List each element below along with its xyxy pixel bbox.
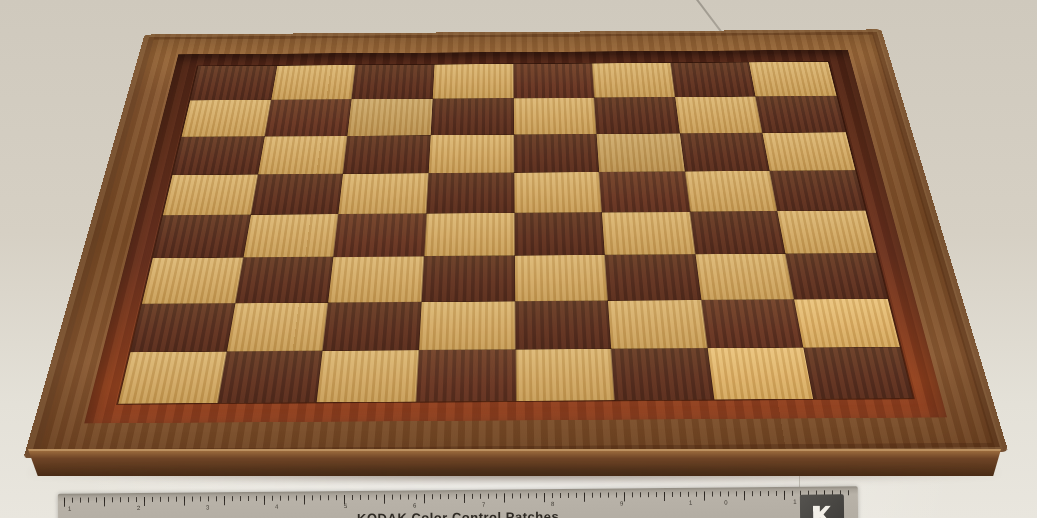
square-r6-c6 — [605, 255, 701, 301]
square-r1-c2 — [271, 65, 356, 100]
square-r1-c3 — [352, 65, 435, 100]
square-r1-c7 — [671, 62, 756, 97]
square-r5-c5 — [514, 212, 605, 255]
square-r1-c4 — [433, 64, 514, 99]
board-frame — [23, 29, 1008, 458]
square-r4-c8 — [770, 170, 866, 211]
square-r2-c6 — [594, 97, 679, 134]
square-r6-c3 — [328, 256, 424, 302]
square-r5-c6 — [602, 212, 695, 255]
square-r7-c3 — [323, 302, 422, 351]
square-r1-c6 — [592, 63, 675, 98]
square-r6-c5 — [514, 255, 608, 301]
chessboard — [23, 29, 1008, 458]
square-r1-c8 — [749, 62, 836, 97]
square-r8-c8 — [804, 347, 913, 399]
square-r6-c1 — [142, 258, 243, 304]
square-r7-c5 — [515, 301, 612, 350]
square-r4-c3 — [339, 173, 429, 214]
square-r4-c2 — [251, 174, 343, 215]
square-r7-c8 — [794, 299, 899, 348]
square-r8-c4 — [416, 349, 515, 401]
square-r5-c8 — [778, 211, 877, 254]
square-r3-c5 — [514, 134, 600, 173]
square-r2-c5 — [513, 98, 596, 135]
square-r4-c1 — [163, 174, 258, 215]
square-r2-c1 — [182, 100, 271, 137]
square-r2-c7 — [675, 97, 763, 134]
square-r4-c4 — [426, 173, 514, 214]
square-r3-c8 — [763, 132, 856, 171]
board-inner-margin — [84, 50, 947, 424]
kodak-logo-icon — [813, 505, 831, 518]
square-r4-c6 — [599, 171, 690, 212]
board-shadow — [30, 468, 998, 484]
square-r1-c1 — [190, 66, 277, 101]
square-r8-c2 — [218, 351, 323, 403]
square-r8-c7 — [707, 347, 813, 399]
square-r4-c7 — [685, 171, 778, 212]
board-tilt-wrapper — [0, 0, 1037, 518]
square-r5-c1 — [153, 215, 251, 258]
square-r5-c7 — [690, 211, 786, 254]
square-r3-c1 — [172, 136, 264, 175]
square-r5-c3 — [334, 214, 427, 257]
square-r3-c7 — [680, 133, 770, 172]
square-r1-c5 — [513, 64, 594, 99]
square-r8-c1 — [118, 351, 226, 403]
square-r7-c2 — [227, 302, 329, 351]
square-r6-c2 — [235, 257, 333, 303]
square-r6-c7 — [695, 254, 794, 300]
square-r3-c6 — [597, 133, 685, 172]
square-r2-c3 — [348, 99, 433, 136]
square-r4-c5 — [514, 172, 602, 213]
square-r7-c4 — [419, 301, 515, 350]
square-r5-c4 — [424, 213, 514, 256]
square-r3-c2 — [258, 136, 348, 175]
photo-backdrop: 25 1 2 3 4 5 6 7 8 9 10 11 12 13 14 15 1… — [0, 0, 1037, 518]
square-r8-c5 — [515, 349, 615, 401]
square-r7-c1 — [130, 303, 235, 352]
square-r6-c8 — [786, 253, 888, 299]
square-r3-c4 — [429, 134, 514, 173]
square-r7-c7 — [701, 299, 803, 348]
square-r7-c6 — [608, 300, 707, 349]
square-r2-c2 — [265, 99, 352, 136]
square-r6-c4 — [422, 256, 515, 302]
square-r5-c2 — [243, 214, 338, 257]
square-r8-c6 — [611, 348, 714, 400]
square-r8-c3 — [317, 350, 419, 402]
checker-grid — [118, 62, 913, 404]
square-r2-c4 — [431, 98, 514, 135]
kodak-logo-chip — [800, 494, 844, 518]
square-r3-c3 — [343, 135, 430, 174]
square-r2-c8 — [756, 96, 846, 133]
